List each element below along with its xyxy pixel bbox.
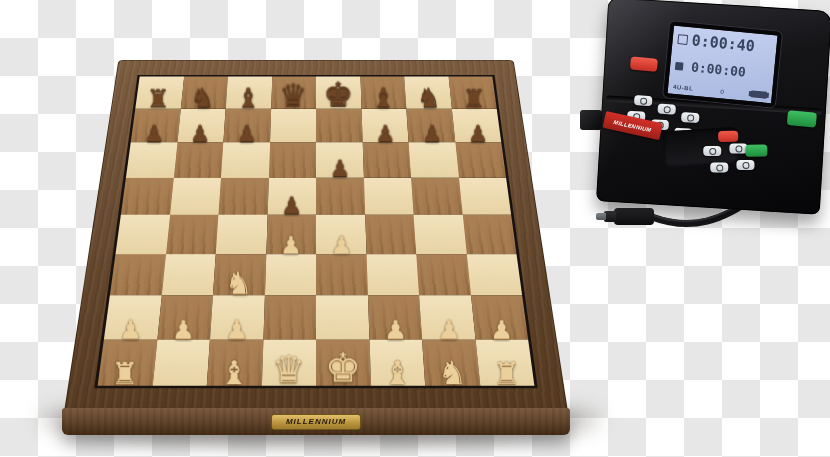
square-h6[interactable] (455, 142, 506, 177)
square-g5[interactable] (411, 177, 462, 214)
square-b6[interactable] (173, 142, 223, 177)
lcd-status-text: 4U-BL (673, 84, 694, 92)
square-d3[interactable] (264, 254, 316, 295)
piece-black-pawn[interactable]: ♟ (468, 122, 488, 145)
square-f2[interactable]: ♟ (368, 295, 423, 339)
keypad-green-button[interactable] (745, 145, 767, 157)
piece-black-rook[interactable]: ♜ (463, 86, 486, 111)
square-d8[interactable]: ♛ (271, 77, 316, 109)
piece-black-bishop[interactable]: ♝ (372, 84, 396, 111)
square-c1[interactable]: ♝ (207, 339, 263, 385)
piece-white-rook[interactable]: ♜ (493, 358, 520, 389)
square-c2[interactable]: ♟ (210, 295, 265, 339)
square-g3[interactable] (416, 254, 470, 295)
board-pinstripe: ♜♞♝♛♚♝♞♜♟♟♟♟♟♟♟♟♟♟♞♟♟♟♟♟♟♜♝♛♚♝♞♜ (94, 75, 537, 388)
square-b8[interactable]: ♞ (181, 77, 228, 109)
millennium-logo-label: MILLENNIUM (613, 118, 652, 132)
square-a1[interactable]: ♜ (98, 339, 157, 385)
square-e4[interactable]: ♟ (316, 215, 366, 254)
keypad-white-button-3[interactable] (710, 162, 728, 172)
board-grid: ♜♞♝♛♚♝♞♜♟♟♟♟♟♟♟♟♟♟♞♟♟♟♟♟♟♜♝♛♚♝♞♜ (98, 77, 535, 386)
square-e8[interactable]: ♚ (316, 77, 361, 109)
piece-black-pawn[interactable]: ♟ (422, 122, 442, 145)
square-a7[interactable]: ♟ (131, 109, 181, 143)
chess-board: ♜♞♝♛♚♝♞♜♟♟♟♟♟♟♟♟♟♟♞♟♟♟♟♟♟♜♝♛♚♝♞♜ (56, 56, 576, 412)
piece-white-king[interactable]: ♚ (325, 348, 361, 388)
square-a4[interactable] (116, 215, 170, 254)
chess-clock-unit: 0:00:40 0:00:00 4U-BL o (596, 0, 830, 215)
square-f1[interactable]: ♝ (369, 339, 425, 385)
keypad-button-3[interactable] (681, 112, 700, 123)
square-h5[interactable] (459, 177, 512, 214)
piece-white-pawn[interactable]: ♟ (225, 316, 248, 342)
square-b1[interactable] (152, 339, 210, 385)
square-g8[interactable]: ♞ (404, 77, 451, 109)
square-e6[interactable]: ♟ (316, 142, 364, 177)
piece-black-pawn[interactable]: ♟ (236, 122, 256, 145)
piece-white-queen[interactable]: ♛ (272, 351, 306, 388)
square-f7[interactable]: ♟ (361, 109, 408, 143)
piece-white-pawn[interactable]: ♟ (490, 316, 513, 342)
square-h1[interactable]: ♜ (475, 339, 534, 385)
piece-white-pawn[interactable]: ♟ (280, 232, 302, 256)
square-f8[interactable]: ♝ (360, 77, 406, 109)
square-e3[interactable] (316, 254, 368, 295)
square-h2[interactable]: ♟ (471, 295, 529, 339)
keypad-white-button-4[interactable] (736, 160, 754, 170)
piece-white-pawn[interactable]: ♟ (437, 316, 460, 342)
square-c6[interactable] (221, 142, 270, 177)
lcd-move-indicator: o (720, 87, 725, 94)
brand-plate: MILLENNIUM (271, 414, 361, 430)
board-cable-socket (580, 110, 602, 130)
piece-black-knight[interactable]: ♞ (191, 84, 215, 111)
square-e2[interactable] (316, 295, 369, 339)
piece-black-bishop[interactable]: ♝ (236, 84, 260, 111)
square-d7[interactable] (270, 109, 316, 143)
piece-white-bishop[interactable]: ♝ (220, 356, 249, 388)
square-f6[interactable] (362, 142, 411, 177)
square-g7[interactable]: ♟ (406, 109, 455, 143)
clock-green-button-right[interactable] (787, 110, 817, 128)
square-a6[interactable] (126, 142, 177, 177)
keypad-button-1[interactable] (634, 95, 653, 106)
square-d6[interactable] (268, 142, 316, 177)
square-a3[interactable] (110, 254, 166, 295)
piece-black-pawn[interactable]: ♟ (190, 122, 210, 145)
black-player-square-icon (675, 61, 684, 70)
square-g4[interactable] (414, 215, 467, 254)
square-f5[interactable] (364, 177, 414, 214)
square-a2[interactable]: ♟ (104, 295, 162, 339)
piece-white-pawn[interactable]: ♟ (330, 232, 352, 256)
clock-lcd-display: 0:00:40 0:00:00 4U-BL o (663, 21, 782, 107)
piece-white-knight[interactable]: ♞ (225, 267, 252, 298)
square-c3[interactable]: ♞ (213, 254, 266, 295)
square-d4[interactable]: ♟ (266, 215, 316, 254)
clock-red-button-left[interactable] (630, 56, 658, 72)
time-bottom: 0:00:00 (690, 59, 746, 79)
square-a8[interactable]: ♜ (135, 77, 183, 109)
cable-jack-tip (596, 213, 606, 220)
piece-white-bishop[interactable]: ♝ (383, 356, 412, 388)
square-e1[interactable]: ♚ (316, 339, 371, 385)
square-b2[interactable]: ♟ (157, 295, 213, 339)
square-c7[interactable]: ♟ (223, 109, 270, 143)
piece-black-rook[interactable]: ♜ (147, 86, 170, 111)
square-b7[interactable]: ♟ (177, 109, 226, 143)
square-g2[interactable]: ♟ (419, 295, 475, 339)
square-h7[interactable]: ♟ (451, 109, 501, 143)
board-front-edge: MILLENNIUM (62, 408, 570, 435)
square-f3[interactable] (366, 254, 419, 295)
piece-black-knight[interactable]: ♞ (417, 84, 441, 111)
square-c8[interactable]: ♝ (226, 77, 272, 109)
piece-black-pawn[interactable]: ♟ (329, 157, 350, 180)
piece-white-rook[interactable]: ♜ (111, 358, 138, 389)
square-b5[interactable] (170, 177, 221, 214)
lcd-segment-badge (751, 90, 768, 99)
keypad-white-button-1[interactable] (703, 146, 721, 156)
square-b3[interactable] (161, 254, 215, 295)
square-c4[interactable] (216, 215, 267, 254)
piece-white-pawn[interactable]: ♟ (119, 316, 142, 342)
square-h3[interactable] (466, 254, 522, 295)
piece-black-pawn[interactable]: ♟ (375, 122, 395, 145)
brand-plate-label: MILLENNIUM (286, 417, 346, 426)
square-e7[interactable] (316, 109, 362, 143)
square-g6[interactable] (409, 142, 459, 177)
piece-black-pawn[interactable]: ♟ (144, 122, 164, 145)
keypad-red-button[interactable] (718, 131, 738, 142)
white-player-square-icon (677, 34, 688, 45)
square-g1[interactable]: ♞ (422, 339, 480, 385)
piece-white-pawn[interactable]: ♟ (172, 316, 195, 342)
piece-white-pawn[interactable]: ♟ (384, 316, 407, 342)
piece-black-pawn[interactable]: ♟ (281, 193, 302, 217)
square-d1[interactable]: ♛ (261, 339, 316, 385)
piece-white-knight[interactable]: ♞ (438, 356, 467, 388)
square-d5[interactable]: ♟ (267, 177, 316, 214)
board-frame: ♜♞♝♛♚♝♞♜♟♟♟♟♟♟♟♟♟♟♞♟♟♟♟♟♟♜♝♛♚♝♞♜ (64, 60, 568, 412)
piece-black-king[interactable]: ♚ (324, 78, 354, 111)
cable-jack-plug (614, 208, 654, 225)
square-c5[interactable] (218, 177, 268, 214)
piece-black-queen[interactable]: ♛ (280, 80, 308, 111)
square-f4[interactable] (365, 215, 416, 254)
time-top: 0:00:40 (691, 31, 756, 55)
keypad-button-2[interactable] (657, 104, 676, 115)
square-h8[interactable]: ♜ (448, 77, 496, 109)
square-d2[interactable] (263, 295, 316, 339)
square-a5[interactable] (121, 177, 174, 214)
square-h4[interactable] (462, 215, 516, 254)
square-b4[interactable] (166, 215, 219, 254)
square-e5[interactable] (316, 177, 365, 214)
product-photo: ♜♞♝♛♚♝♞♜♟♟♟♟♟♟♟♟♟♟♞♟♟♟♟♟♟♜♝♛♚♝♞♜ MILLENN… (0, 0, 830, 457)
